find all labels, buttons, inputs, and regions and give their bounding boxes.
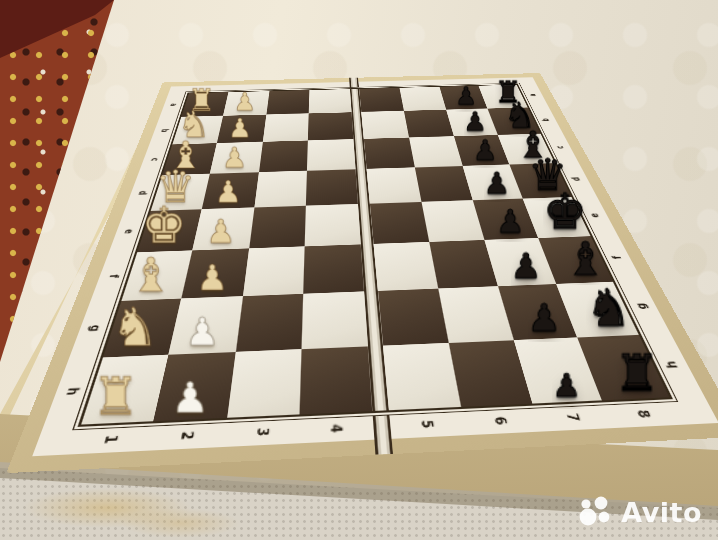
- square-h1[interactable]: ♜: [78, 355, 168, 427]
- square-g4[interactable]: [302, 291, 368, 349]
- board-grid: ♜♟♟♜♞♟♟♞♝♟♟♝♛♟♟♛♚♟♟♚♝♟♟♝♞♟♟♞♜♟♟♜12345678…: [32, 77, 718, 456]
- square-g2[interactable]: ♟: [168, 296, 242, 355]
- square-g8[interactable]: ♞: [556, 281, 641, 337]
- white-pawn[interactable]: ♟: [171, 377, 209, 419]
- square-e3[interactable]: [249, 206, 306, 248]
- white-pawn[interactable]: ♟: [214, 177, 241, 207]
- board-scene: ♜♟♟♜♞♟♟♞♝♟♟♝♛♟♟♛♚♟♟♚♝♟♟♝♞♟♟♞♜♟♟♜12345678…: [0, 0, 718, 540]
- square-a6[interactable]: [399, 86, 446, 111]
- photo-stage: ♜♟♟♜♞♟♟♞♝♟♟♝♛♟♟♛♚♟♟♚♝♟♟♝♞♟♟♞♜♟♟♜12345678…: [0, 0, 718, 540]
- avito-logo-icon: [578, 496, 614, 528]
- square-e4[interactable]: [305, 204, 361, 246]
- square-f7[interactable]: ♟: [484, 238, 557, 286]
- square-c3[interactable]: [259, 140, 309, 172]
- square-a4[interactable]: [309, 88, 352, 113]
- rank-label-6: 6: [461, 406, 540, 436]
- square-d4[interactable]: [306, 169, 358, 205]
- rank-label-7: 7: [532, 402, 613, 431]
- white-knight[interactable]: ♞: [111, 302, 158, 355]
- black-pawn[interactable]: ♟: [464, 109, 487, 135]
- rank-label-5: 5: [389, 409, 466, 439]
- square-b3[interactable]: [263, 113, 309, 141]
- square-c2[interactable]: ♟: [210, 142, 263, 174]
- square-d3[interactable]: [254, 171, 307, 208]
- square-d6[interactable]: [415, 166, 473, 202]
- square-a3[interactable]: [266, 89, 310, 114]
- square-g5[interactable]: [378, 288, 449, 346]
- square-e2[interactable]: ♟: [192, 208, 254, 251]
- square-b4[interactable]: [308, 112, 353, 140]
- black-pawn[interactable]: ♟: [456, 84, 478, 108]
- white-pawn[interactable]: ♟: [185, 313, 220, 351]
- square-c7[interactable]: ♟: [454, 135, 510, 166]
- square-f2[interactable]: ♟: [181, 248, 249, 298]
- square-e1[interactable]: ♚: [135, 209, 201, 252]
- black-pawn[interactable]: ♟: [511, 249, 542, 284]
- square-h4[interactable]: [300, 347, 373, 417]
- white-pawn[interactable]: ♟: [206, 216, 235, 248]
- square-f3[interactable]: [243, 246, 305, 296]
- black-pawn[interactable]: ♟: [553, 370, 581, 402]
- square-f5[interactable]: [374, 242, 438, 291]
- square-b5[interactable]: [361, 111, 408, 139]
- white-rook[interactable]: ♜: [92, 370, 139, 423]
- square-a5[interactable]: [359, 87, 404, 112]
- avito-watermark: Avito: [578, 496, 702, 528]
- square-e5[interactable]: [370, 202, 429, 244]
- square-c5[interactable]: [364, 137, 415, 169]
- avito-watermark-text: Avito: [621, 497, 702, 528]
- square-g3[interactable]: [235, 293, 303, 352]
- black-pawn[interactable]: ♟: [497, 206, 526, 238]
- black-bishop[interactable]: ♝: [565, 235, 606, 281]
- square-d5[interactable]: [367, 168, 422, 204]
- white-pawn[interactable]: ♟: [228, 115, 252, 141]
- black-pawn[interactable]: ♟: [484, 169, 511, 199]
- square-h8[interactable]: ♜: [578, 335, 673, 402]
- rank-label-2: 2: [146, 420, 226, 451]
- black-pawn[interactable]: ♟: [473, 137, 498, 165]
- black-knight[interactable]: ♞: [586, 283, 632, 334]
- rank-label-3: 3: [223, 417, 300, 447]
- rank-label-8: 8: [603, 399, 685, 428]
- square-f4[interactable]: [304, 244, 365, 293]
- white-pawn[interactable]: ♟: [222, 144, 247, 172]
- square-d2[interactable]: ♟: [201, 172, 258, 209]
- square-f1[interactable]: ♝: [119, 250, 192, 300]
- chess-board: ♜♟♟♜♞♟♟♞♝♟♟♝♛♟♟♛♚♟♟♚♝♟♟♝♞♟♟♞♜♟♟♜12345678…: [6, 73, 718, 473]
- white-pawn[interactable]: ♟: [234, 90, 256, 115]
- white-pawn[interactable]: ♟: [196, 260, 228, 295]
- square-b2[interactable]: ♟: [217, 115, 266, 143]
- square-f6[interactable]: [429, 240, 497, 288]
- black-rook[interactable]: ♜: [614, 348, 660, 399]
- rank-label-4: 4: [299, 413, 374, 443]
- black-king[interactable]: ♚: [543, 187, 587, 236]
- black-pawn[interactable]: ♟: [528, 300, 562, 338]
- square-h3[interactable]: [226, 349, 301, 420]
- square-c4[interactable]: [307, 139, 355, 171]
- rank-label-1: 1: [68, 423, 152, 454]
- square-h5[interactable]: [383, 343, 461, 412]
- white-king[interactable]: ♚: [142, 200, 187, 250]
- white-bishop[interactable]: ♝: [129, 251, 171, 298]
